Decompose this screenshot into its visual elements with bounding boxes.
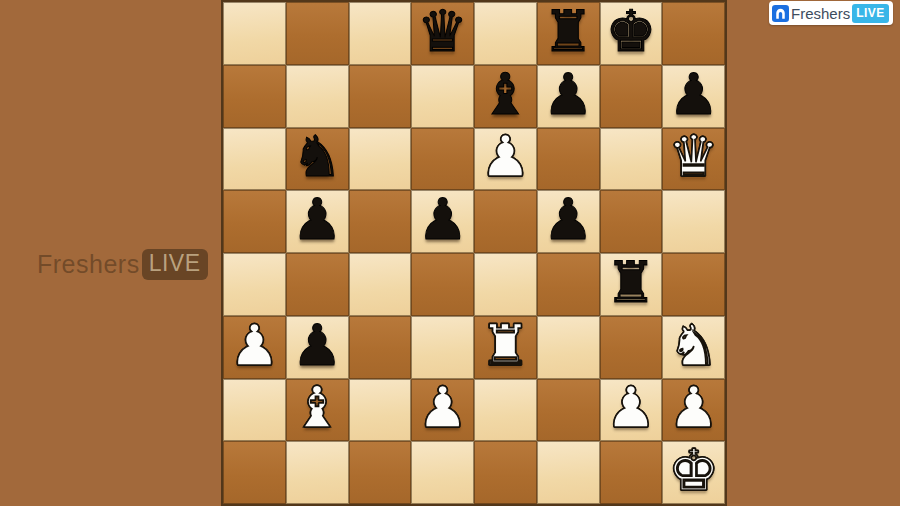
square-b1 bbox=[286, 441, 349, 504]
square-g7 bbox=[600, 65, 663, 128]
square-e4 bbox=[474, 253, 537, 316]
logo-brand-text: Freshers bbox=[791, 5, 850, 22]
square-c1 bbox=[349, 441, 412, 504]
square-d6 bbox=[411, 128, 474, 191]
piece-white-pawn-h2: ♟ bbox=[668, 379, 719, 436]
square-g2: ♟ bbox=[600, 379, 663, 442]
square-c3 bbox=[349, 316, 412, 379]
square-b5: ♟ bbox=[286, 190, 349, 253]
piece-black-pawn-b5: ♟ bbox=[292, 191, 343, 248]
square-a4 bbox=[223, 253, 286, 316]
square-g6 bbox=[600, 128, 663, 191]
square-g5 bbox=[600, 190, 663, 253]
square-b3: ♟ bbox=[286, 316, 349, 379]
square-f5: ♟ bbox=[537, 190, 600, 253]
piece-black-knight-b6: ♞ bbox=[292, 128, 343, 185]
square-e6: ♟ bbox=[474, 128, 537, 191]
fresherslive-brand-icon bbox=[772, 5, 789, 22]
piece-white-king-h1: ♚ bbox=[668, 442, 719, 499]
square-c2 bbox=[349, 379, 412, 442]
square-e2 bbox=[474, 379, 537, 442]
square-f7: ♟ bbox=[537, 65, 600, 128]
watermark-live-badge: LIVE bbox=[142, 249, 208, 280]
square-g4: ♜ bbox=[600, 253, 663, 316]
square-a5 bbox=[223, 190, 286, 253]
square-d4 bbox=[411, 253, 474, 316]
square-c5 bbox=[349, 190, 412, 253]
piece-black-pawn-d5: ♟ bbox=[417, 191, 468, 248]
square-g1 bbox=[600, 441, 663, 504]
piece-white-pawn-g2: ♟ bbox=[605, 379, 656, 436]
piece-white-knight-h3: ♞ bbox=[668, 317, 719, 374]
square-g3 bbox=[600, 316, 663, 379]
square-e5 bbox=[474, 190, 537, 253]
square-f8: ♜ bbox=[537, 2, 600, 65]
square-h1: ♚ bbox=[662, 441, 725, 504]
square-d2: ♟ bbox=[411, 379, 474, 442]
piece-white-rook-e3: ♜ bbox=[480, 317, 531, 374]
square-e3: ♜ bbox=[474, 316, 537, 379]
square-d8: ♛ bbox=[411, 2, 474, 65]
piece-black-bishop-e7: ♝ bbox=[480, 66, 531, 123]
piece-white-pawn-e6: ♟ bbox=[480, 128, 531, 185]
square-h8 bbox=[662, 2, 725, 65]
square-f6 bbox=[537, 128, 600, 191]
square-a3: ♟ bbox=[223, 316, 286, 379]
piece-black-queen-d8: ♛ bbox=[417, 3, 468, 60]
square-f2 bbox=[537, 379, 600, 442]
piece-black-king-g8: ♚ bbox=[605, 3, 656, 60]
square-b2: ♝ bbox=[286, 379, 349, 442]
square-c4 bbox=[349, 253, 412, 316]
square-h3: ♞ bbox=[662, 316, 725, 379]
square-h6: ♛ bbox=[662, 128, 725, 191]
piece-black-rook-g4: ♜ bbox=[605, 254, 656, 311]
square-d3 bbox=[411, 316, 474, 379]
square-a7 bbox=[223, 65, 286, 128]
square-a2 bbox=[223, 379, 286, 442]
watermark: Freshers LIVE bbox=[37, 249, 208, 280]
square-h5 bbox=[662, 190, 725, 253]
square-d7 bbox=[411, 65, 474, 128]
square-a1 bbox=[223, 441, 286, 504]
square-g8: ♚ bbox=[600, 2, 663, 65]
piece-white-bishop-b2: ♝ bbox=[292, 379, 343, 436]
piece-white-queen-h6: ♛ bbox=[668, 128, 719, 185]
square-f4 bbox=[537, 253, 600, 316]
square-c8 bbox=[349, 2, 412, 65]
chess-board: ♛♜♚♝♟♟♞♟♛♟♟♟♜♟♟♜♞♝♟♟♟♚ bbox=[221, 0, 727, 506]
square-b8 bbox=[286, 2, 349, 65]
square-f1 bbox=[537, 441, 600, 504]
square-d5: ♟ bbox=[411, 190, 474, 253]
fresherslive-logo[interactable]: Freshers LIVE bbox=[769, 1, 893, 25]
square-a8 bbox=[223, 2, 286, 65]
square-c6 bbox=[349, 128, 412, 191]
square-e1 bbox=[474, 441, 537, 504]
square-h2: ♟ bbox=[662, 379, 725, 442]
square-e8 bbox=[474, 2, 537, 65]
piece-black-pawn-f5: ♟ bbox=[543, 191, 594, 248]
square-a6 bbox=[223, 128, 286, 191]
square-h4 bbox=[662, 253, 725, 316]
piece-black-pawn-b3: ♟ bbox=[292, 317, 343, 374]
square-e7: ♝ bbox=[474, 65, 537, 128]
watermark-brand-text: Freshers bbox=[37, 250, 140, 279]
square-h7: ♟ bbox=[662, 65, 725, 128]
piece-black-rook-f8: ♜ bbox=[543, 3, 594, 60]
square-b6: ♞ bbox=[286, 128, 349, 191]
square-b4 bbox=[286, 253, 349, 316]
square-f3 bbox=[537, 316, 600, 379]
piece-white-pawn-d2: ♟ bbox=[417, 379, 468, 436]
square-d1 bbox=[411, 441, 474, 504]
square-b7 bbox=[286, 65, 349, 128]
square-c7 bbox=[349, 65, 412, 128]
piece-black-pawn-f7: ♟ bbox=[543, 66, 594, 123]
piece-black-pawn-h7: ♟ bbox=[668, 66, 719, 123]
piece-white-pawn-a3: ♟ bbox=[229, 317, 280, 374]
logo-live-badge: LIVE bbox=[852, 4, 889, 23]
